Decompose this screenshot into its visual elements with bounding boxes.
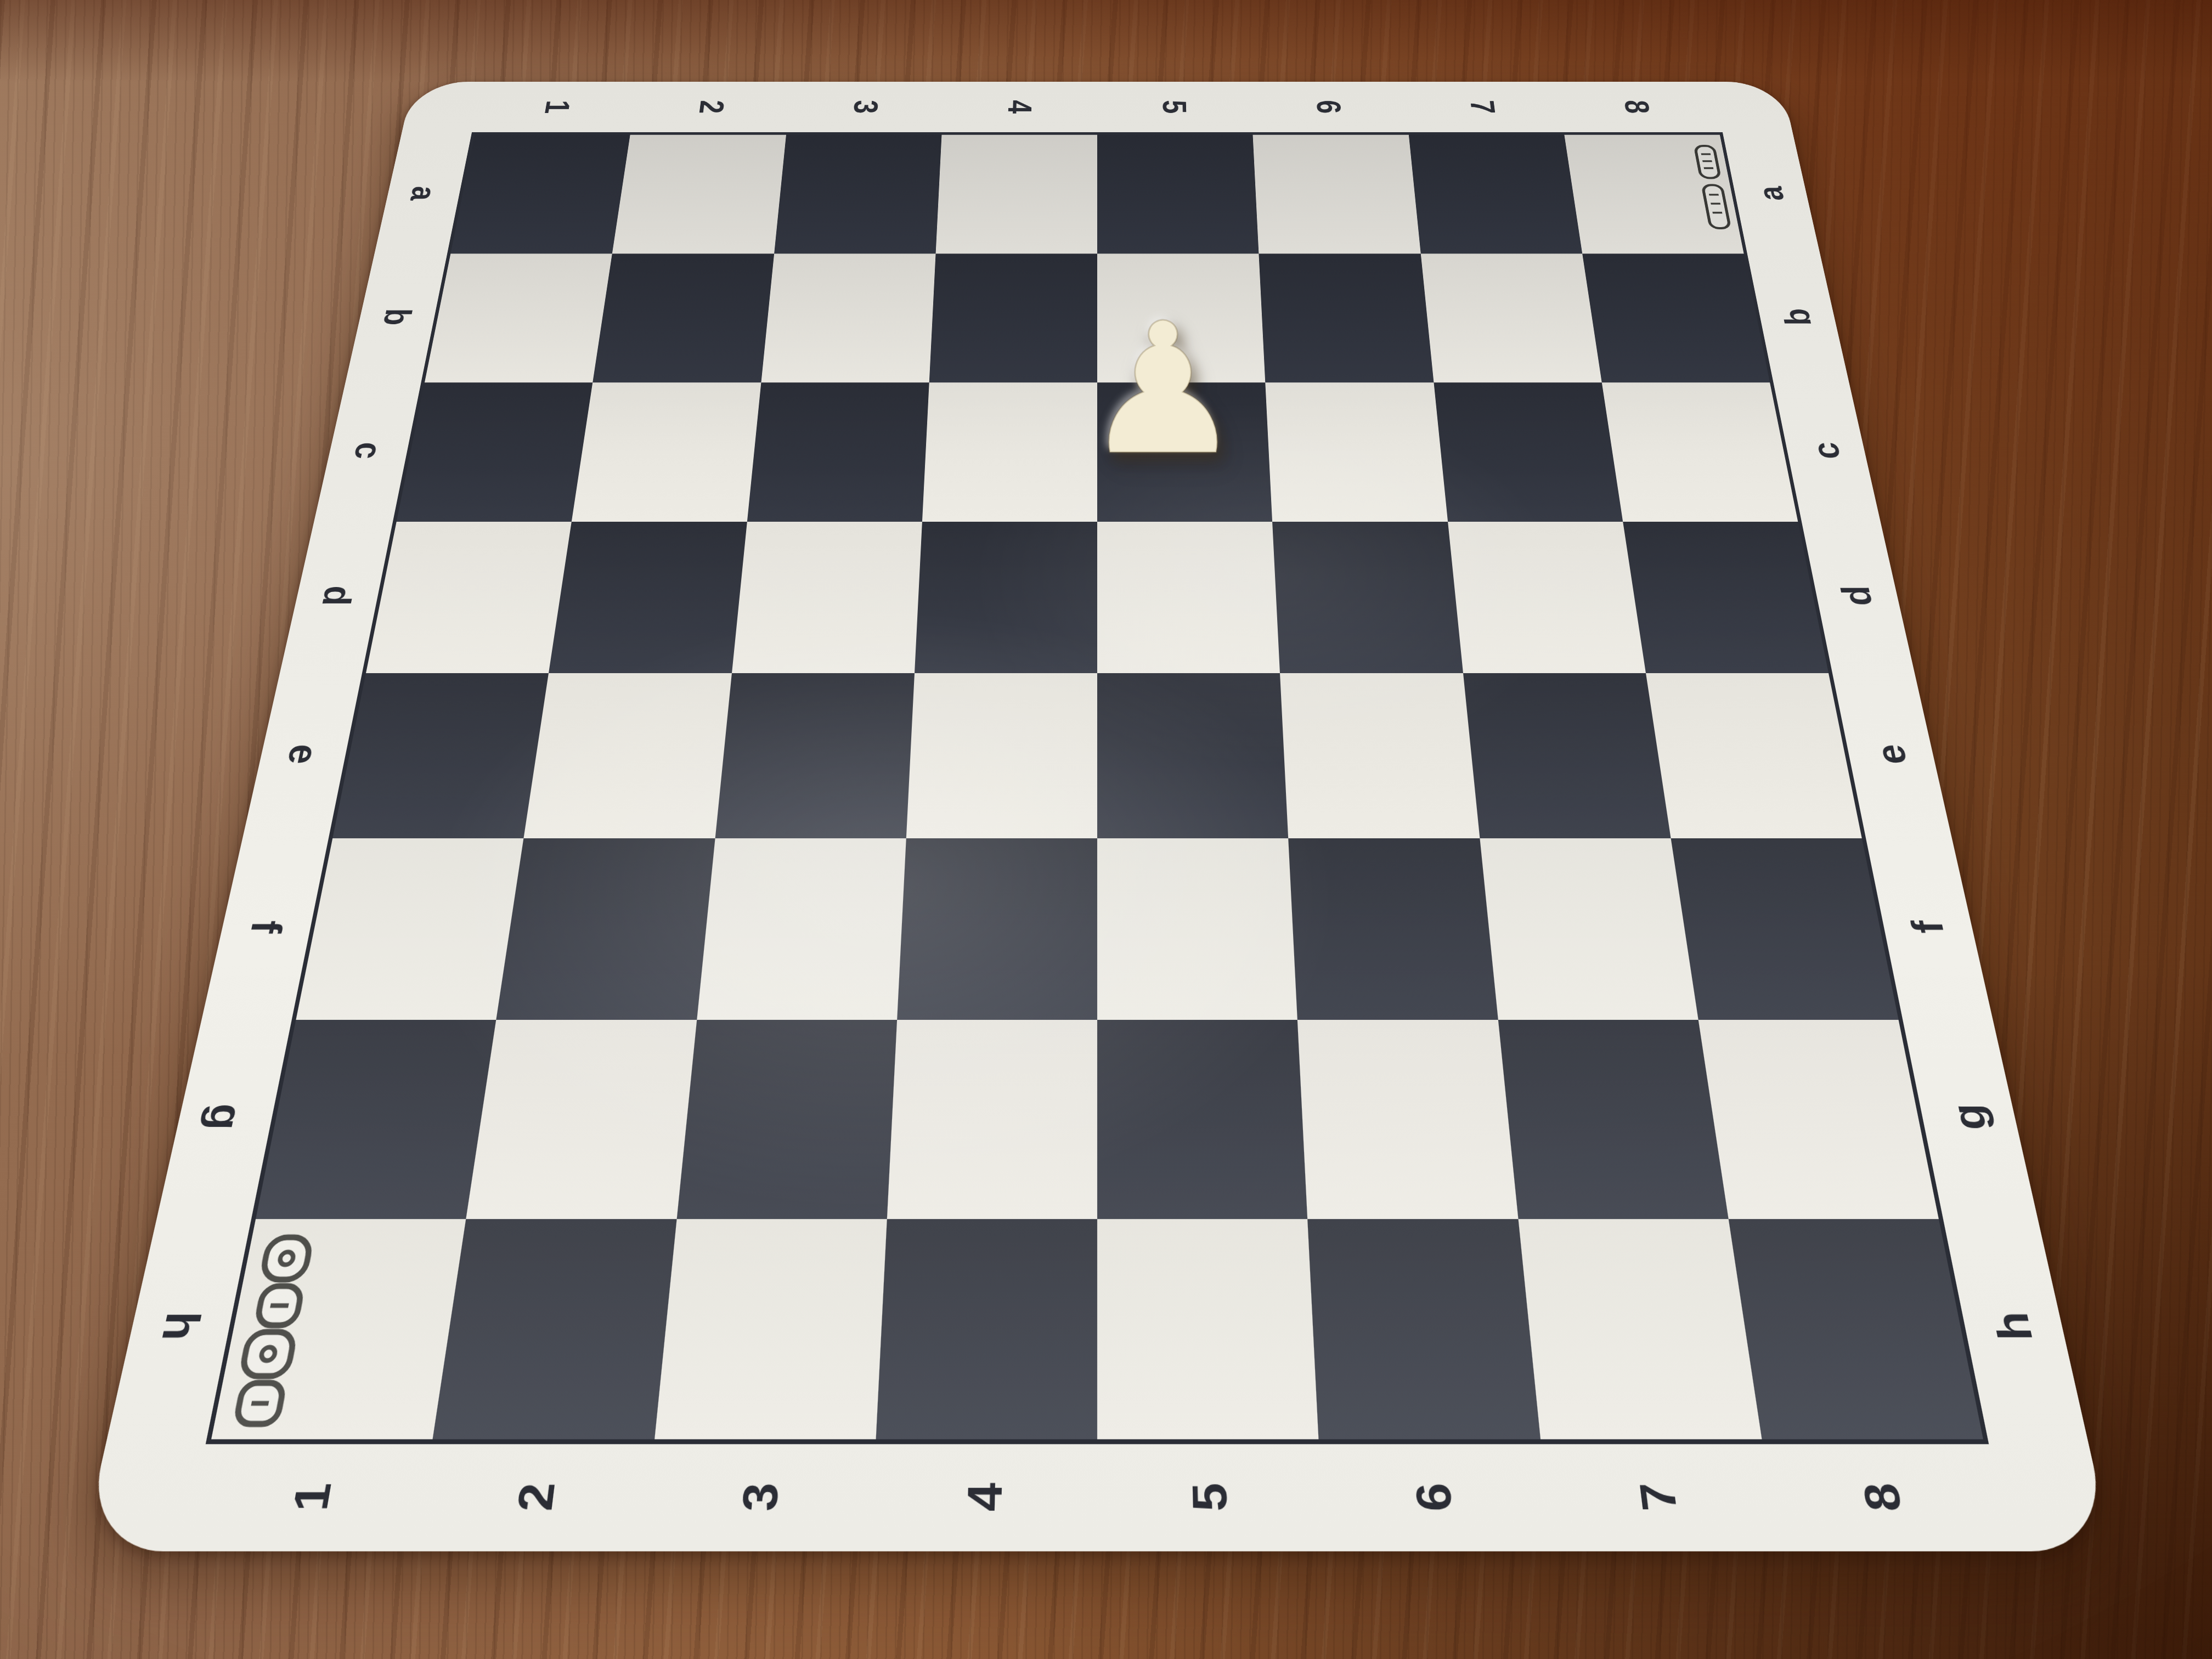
square-a1[interactable]: [450, 135, 630, 254]
square-e3[interactable]: [715, 673, 915, 838]
coord-label-left-a: a: [405, 186, 442, 200]
square-f1[interactable]: [296, 838, 524, 1019]
coord-cell-top-7: 7: [1403, 82, 1564, 132]
coord-cell-bottom-6: 6: [1319, 1444, 1551, 1551]
square-c8[interactable]: [1601, 382, 1798, 522]
square-c1[interactable]: [397, 382, 593, 522]
white-pawn[interactable]: ♟: [1070, 299, 1256, 480]
coord-label-right-h: h: [1987, 1312, 2040, 1341]
coord-label-top-6: 6: [1311, 100, 1346, 114]
coord-label-left-e: e: [281, 744, 326, 764]
coord-label-left-f: f: [244, 921, 289, 934]
square-b3[interactable]: [761, 254, 935, 382]
coord-label-bottom-1: 1: [285, 1483, 338, 1511]
square-h5[interactable]: [1097, 1219, 1319, 1440]
square-e1[interactable]: [332, 673, 549, 838]
coord-cell-bottom-3: 3: [643, 1444, 876, 1551]
square-g5[interactable]: [1097, 1019, 1307, 1218]
square-g1[interactable]: [256, 1019, 496, 1218]
square-d5[interactable]: [1097, 522, 1280, 673]
square-c2[interactable]: [572, 382, 761, 522]
square-b6[interactable]: [1259, 254, 1434, 382]
photo-stage: 12345678 12345678 abcdefgh abcdefgh: [0, 0, 2212, 1659]
square-e5[interactable]: [1097, 673, 1288, 838]
square-d2[interactable]: [549, 522, 747, 673]
square-c6[interactable]: [1265, 382, 1447, 522]
square-h3[interactable]: [654, 1219, 887, 1440]
coord-label-top-7: 7: [1465, 100, 1500, 114]
coord-cell-bottom-5: 5: [1097, 1444, 1324, 1551]
square-a6[interactable]: [1253, 135, 1421, 254]
square-g7[interactable]: [1498, 1019, 1728, 1218]
square-a2[interactable]: [612, 135, 786, 254]
coord-cell-bottom-7: 7: [1541, 1444, 1779, 1551]
coord-label-right-d: d: [1836, 586, 1878, 606]
square-h4[interactable]: [876, 1219, 1097, 1440]
coord-cell-top-8: 8: [1556, 82, 1719, 132]
square-f8[interactable]: [1671, 838, 1898, 1019]
square-a5[interactable]: [1097, 135, 1259, 254]
square-g8[interactable]: [1698, 1019, 1938, 1218]
square-d6[interactable]: [1272, 522, 1463, 673]
coord-label-left-b: b: [377, 308, 417, 325]
square-c7[interactable]: [1434, 382, 1623, 522]
square-e7[interactable]: [1463, 673, 1671, 838]
coord-cell-top-3: 3: [786, 82, 944, 132]
coord-label-left-h: h: [155, 1312, 207, 1341]
coord-label-bottom-8: 8: [1856, 1483, 1910, 1511]
square-c3[interactable]: [747, 382, 929, 522]
coord-label-left-g: g: [201, 1104, 251, 1130]
coord-label-bottom-2: 2: [510, 1483, 562, 1511]
square-h7[interactable]: [1518, 1219, 1762, 1440]
coord-label-top-2: 2: [694, 100, 729, 114]
square-f2[interactable]: [496, 838, 715, 1019]
coord-label-top-1: 1: [539, 100, 575, 114]
square-g2[interactable]: [466, 1019, 697, 1218]
coord-cell-bottom-1: 1: [189, 1444, 432, 1551]
coord-label-top-4: 4: [1003, 100, 1037, 114]
coord-label-left-d: d: [316, 586, 359, 606]
square-f5[interactable]: [1097, 838, 1297, 1019]
coord-cell-top-4: 4: [942, 82, 1097, 132]
square-h6[interactable]: [1307, 1219, 1540, 1440]
square-g3[interactable]: [676, 1019, 897, 1218]
coord-label-right-a: a: [1752, 186, 1790, 200]
square-b7[interactable]: [1420, 254, 1601, 382]
coord-strip-top: 12345678: [475, 82, 1719, 132]
square-g4[interactable]: [887, 1019, 1097, 1218]
square-a4[interactable]: [935, 135, 1097, 254]
square-d1[interactable]: [366, 522, 572, 673]
square-e4[interactable]: [906, 673, 1097, 838]
square-g6[interactable]: [1297, 1019, 1518, 1218]
square-d8[interactable]: [1623, 522, 1829, 673]
square-d3[interactable]: [732, 522, 922, 673]
square-b8[interactable]: [1582, 254, 1770, 382]
square-d4[interactable]: [915, 522, 1097, 673]
coord-label-right-b: b: [1778, 308, 1817, 325]
coord-label-bottom-6: 6: [1409, 1483, 1459, 1511]
coord-label-right-f: f: [1905, 921, 1950, 934]
coord-cell-bottom-2: 2: [416, 1444, 654, 1551]
coord-label-bottom-4: 4: [960, 1483, 1009, 1511]
square-h8[interactable]: [1728, 1219, 1983, 1440]
coord-label-right-e: e: [1869, 744, 1913, 764]
square-e2[interactable]: [524, 673, 732, 838]
coord-label-top-8: 8: [1620, 100, 1655, 114]
coord-cell-top-1: 1: [475, 82, 638, 132]
square-f7[interactable]: [1480, 838, 1698, 1019]
coord-label-left-c: c: [348, 442, 389, 459]
coord-label-right-g: g: [1944, 1104, 1994, 1130]
coord-cell-top-6: 6: [1250, 82, 1408, 132]
square-f3[interactable]: [697, 838, 906, 1019]
square-d7[interactable]: [1448, 522, 1646, 673]
coord-label-bottom-7: 7: [1632, 1483, 1684, 1511]
square-f4[interactable]: [897, 838, 1097, 1019]
coord-cell-top-2: 2: [631, 82, 792, 132]
square-h2[interactable]: [433, 1219, 676, 1440]
square-a3[interactable]: [774, 135, 942, 254]
coord-label-right-c: c: [1805, 442, 1846, 459]
coord-label-bottom-3: 3: [735, 1483, 786, 1511]
square-b1[interactable]: [425, 254, 612, 382]
square-b2[interactable]: [593, 254, 774, 382]
coord-cell-bottom-8: 8: [1763, 1444, 2006, 1551]
square-e8[interactable]: [1646, 673, 1862, 838]
board-scene: 12345678 12345678 abcdefgh abcdefgh: [280, 0, 1915, 1491]
square-e6[interactable]: [1280, 673, 1480, 838]
square-a7[interactable]: [1408, 135, 1582, 254]
square-f6[interactable]: [1288, 838, 1498, 1019]
coord-cell-top-5: 5: [1097, 82, 1252, 132]
coord-label-bottom-5: 5: [1185, 1483, 1234, 1511]
coord-cell-bottom-4: 4: [870, 1444, 1097, 1551]
coord-label-top-3: 3: [849, 100, 883, 114]
coord-strip-bottom: 12345678: [189, 1444, 2006, 1551]
coord-label-top-5: 5: [1158, 100, 1191, 114]
